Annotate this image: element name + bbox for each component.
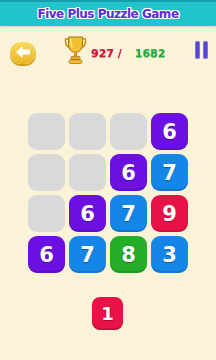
tile-6[interactable]: 6 xyxy=(151,113,188,150)
empty-cell[interactable] xyxy=(110,113,147,150)
tile-7[interactable]: 7 xyxy=(69,236,106,273)
empty-cell[interactable] xyxy=(28,154,65,191)
empty-cell[interactable] xyxy=(69,113,106,150)
empty-cell[interactable] xyxy=(28,195,65,232)
score-target: 1682 xyxy=(135,47,166,60)
trophy-icon xyxy=(64,36,87,71)
empty-cell[interactable] xyxy=(69,154,106,191)
tile-6[interactable]: 6 xyxy=(69,195,106,232)
back-button[interactable] xyxy=(10,42,36,64)
tile-3[interactable]: 3 xyxy=(151,236,188,273)
tile-9[interactable]: 9 xyxy=(151,195,188,232)
tile-7[interactable]: 7 xyxy=(151,154,188,191)
header: Five Plus Puzzle Game xyxy=(0,0,216,26)
tile-7[interactable]: 7 xyxy=(110,195,147,232)
puzzle-grid: 6676796783 xyxy=(28,113,188,273)
pause-icon xyxy=(195,41,200,59)
back-arrow-icon xyxy=(16,46,31,61)
app-screen: Five Plus Puzzle Game 927 / 1682 66 xyxy=(0,0,216,360)
score-current: 927 / xyxy=(91,47,122,60)
pause-icon xyxy=(203,41,208,59)
next-tile[interactable]: 1 xyxy=(92,297,123,330)
tile-6[interactable]: 6 xyxy=(28,236,65,273)
tile-8[interactable]: 8 xyxy=(110,236,147,273)
score-display: 927 / 1682 xyxy=(64,37,165,69)
pause-button[interactable] xyxy=(195,41,208,59)
page-title: Five Plus Puzzle Game xyxy=(37,7,178,21)
tile-6[interactable]: 6 xyxy=(110,154,147,191)
empty-cell[interactable] xyxy=(28,113,65,150)
